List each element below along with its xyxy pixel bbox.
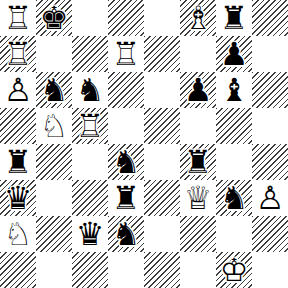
black-rook-silhouette: ♜	[0, 144, 36, 180]
white-queen-f3: ♕	[180, 180, 216, 216]
white-rook-silhouette: ♜	[108, 36, 144, 72]
black-pawn-silhouette: ♟	[216, 36, 252, 72]
square-h5[interactable]	[252, 108, 288, 144]
black-queen-c2: ♛	[72, 216, 108, 252]
white-rook-a7: ♖	[0, 36, 36, 72]
black-bishop-g6: ♝	[216, 72, 252, 108]
white-knight-a2: ♘	[0, 216, 36, 252]
square-a5[interactable]	[0, 108, 36, 144]
black-pawn-silhouette: ♟	[180, 72, 216, 108]
square-b1[interactable]	[36, 252, 72, 288]
square-h2[interactable]	[252, 216, 288, 252]
square-b6[interactable]: ♞♞	[36, 72, 72, 108]
white-bishop-f8: ♗	[180, 0, 216, 36]
square-b3[interactable]	[36, 180, 72, 216]
black-rook-silhouette: ♜	[108, 180, 144, 216]
square-a4[interactable]: ♜♜	[0, 144, 36, 180]
black-knight-b6: ♞	[36, 72, 72, 108]
white-pawn-silhouette: ♟	[252, 180, 288, 216]
square-d8[interactable]	[108, 0, 144, 36]
white-bishop-silhouette: ♝	[180, 0, 216, 36]
black-knight-silhouette: ♞	[36, 72, 72, 108]
square-a7[interactable]: ♜♖	[0, 36, 36, 72]
square-f8[interactable]: ♝♗	[180, 0, 216, 36]
square-c4[interactable]	[72, 144, 108, 180]
square-d7[interactable]: ♜♖	[108, 36, 144, 72]
black-rook-f4: ♜	[180, 144, 216, 180]
white-knight-silhouette: ♞	[0, 216, 36, 252]
square-e7[interactable]	[144, 36, 180, 72]
black-knight-d2: ♞	[108, 216, 144, 252]
square-b5[interactable]: ♞♘	[36, 108, 72, 144]
square-c3[interactable]	[72, 180, 108, 216]
square-g3[interactable]: ♞♞	[216, 180, 252, 216]
black-king-b8: ♚	[36, 0, 72, 36]
square-e4[interactable]	[144, 144, 180, 180]
square-g5[interactable]	[216, 108, 252, 144]
square-c7[interactable]	[72, 36, 108, 72]
square-f1[interactable]	[180, 252, 216, 288]
square-e3[interactable]	[144, 180, 180, 216]
white-knight-silhouette: ♞	[36, 108, 72, 144]
square-g2[interactable]	[216, 216, 252, 252]
square-e1[interactable]	[144, 252, 180, 288]
square-d4[interactable]: ♞♞	[108, 144, 144, 180]
square-e5[interactable]	[144, 108, 180, 144]
square-c6[interactable]: ♞♞	[72, 72, 108, 108]
white-rook-silhouette: ♜	[0, 0, 36, 36]
square-f3[interactable]: ♛♕	[180, 180, 216, 216]
square-b7[interactable]	[36, 36, 72, 72]
square-a8[interactable]: ♜♖	[0, 0, 36, 36]
black-rook-silhouette: ♜	[180, 144, 216, 180]
square-c5[interactable]: ♜♖	[72, 108, 108, 144]
square-b4[interactable]	[36, 144, 72, 180]
square-b2[interactable]	[36, 216, 72, 252]
square-g1[interactable]: ♚♔	[216, 252, 252, 288]
black-queen-silhouette: ♛	[72, 216, 108, 252]
white-rook-d7: ♖	[108, 36, 144, 72]
square-d1[interactable]	[108, 252, 144, 288]
black-knight-silhouette: ♞	[72, 72, 108, 108]
square-g8[interactable]: ♜♜	[216, 0, 252, 36]
square-d2[interactable]: ♞♞	[108, 216, 144, 252]
square-f7[interactable]	[180, 36, 216, 72]
black-knight-c6: ♞	[72, 72, 108, 108]
black-knight-silhouette: ♞	[108, 144, 144, 180]
square-g4[interactable]	[216, 144, 252, 180]
square-f6[interactable]: ♟♟	[180, 72, 216, 108]
square-d3[interactable]: ♜♜	[108, 180, 144, 216]
square-b8[interactable]: ♚♚	[36, 0, 72, 36]
white-rook-c5: ♖	[72, 108, 108, 144]
white-knight-b5: ♘	[36, 108, 72, 144]
square-a3[interactable]: ♛♛	[0, 180, 36, 216]
square-g6[interactable]: ♝♝	[216, 72, 252, 108]
square-h4[interactable]	[252, 144, 288, 180]
square-e6[interactable]	[144, 72, 180, 108]
black-queen-a3: ♛	[0, 180, 36, 216]
square-g7[interactable]: ♟♟	[216, 36, 252, 72]
square-f4[interactable]: ♜♜	[180, 144, 216, 180]
square-f5[interactable]	[180, 108, 216, 144]
white-king-g1: ♔	[216, 252, 252, 288]
black-king-silhouette: ♚	[36, 0, 72, 36]
white-queen-silhouette: ♛	[180, 180, 216, 216]
square-e2[interactable]	[144, 216, 180, 252]
square-a2[interactable]: ♞♘	[0, 216, 36, 252]
square-h6[interactable]	[252, 72, 288, 108]
square-d6[interactable]	[108, 72, 144, 108]
white-rook-silhouette: ♜	[72, 108, 108, 144]
square-h3[interactable]: ♟♙	[252, 180, 288, 216]
white-pawn-a6: ♙	[0, 72, 36, 108]
black-knight-silhouette: ♞	[216, 180, 252, 216]
square-a1[interactable]	[0, 252, 36, 288]
white-king-silhouette: ♚	[216, 252, 252, 288]
white-pawn-silhouette: ♟	[0, 72, 36, 108]
square-a6[interactable]: ♟♙	[0, 72, 36, 108]
black-rook-g8: ♜	[216, 0, 252, 36]
chess-board: ♜♖♚♚♝♗♜♜♜♖♜♖♟♟♟♙♞♞♞♞♟♟♝♝♞♘♜♖♜♜♞♞♜♜♛♛♜♜♛♕…	[0, 0, 288, 288]
white-rook-silhouette: ♜	[0, 36, 36, 72]
black-rook-silhouette: ♜	[216, 0, 252, 36]
square-c1[interactable]	[72, 252, 108, 288]
black-knight-d4: ♞	[108, 144, 144, 180]
square-d5[interactable]	[108, 108, 144, 144]
black-pawn-f6: ♟	[180, 72, 216, 108]
black-knight-silhouette: ♞	[108, 216, 144, 252]
square-h8[interactable]	[252, 0, 288, 36]
white-pawn-h3: ♙	[252, 180, 288, 216]
white-rook-a8: ♖	[0, 0, 36, 36]
black-bishop-silhouette: ♝	[216, 72, 252, 108]
black-rook-d3: ♜	[108, 180, 144, 216]
square-e8[interactable]	[144, 0, 180, 36]
square-c2[interactable]: ♛♛	[72, 216, 108, 252]
square-f2[interactable]	[180, 216, 216, 252]
black-pawn-g7: ♟	[216, 36, 252, 72]
square-h1[interactable]	[252, 252, 288, 288]
square-h7[interactable]	[252, 36, 288, 72]
black-queen-silhouette: ♛	[0, 180, 36, 216]
square-c8[interactable]	[72, 0, 108, 36]
black-rook-a4: ♜	[0, 144, 36, 180]
black-knight-g3: ♞	[216, 180, 252, 216]
